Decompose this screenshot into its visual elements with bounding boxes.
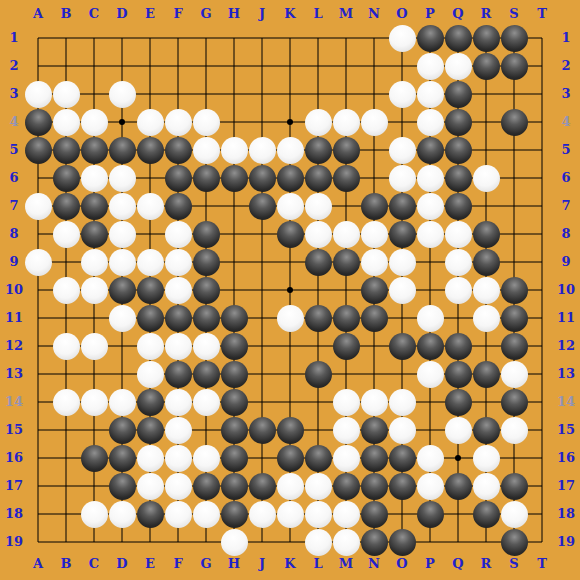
white-stone-B10 [53,277,80,304]
board-point-H3[interactable] [220,80,248,108]
black-stone-R18 [473,501,500,528]
board-point-A16[interactable] [24,444,52,472]
board-point-P10[interactable] [416,276,444,304]
black-stone-F11 [165,305,192,332]
board-point-O11[interactable] [388,304,416,332]
board-point-B19[interactable] [52,528,80,556]
board-point-T12[interactable] [528,332,556,360]
board-point-A17[interactable] [24,472,52,500]
board-point-C3[interactable] [80,80,108,108]
white-stone-Q8 [445,221,472,248]
board-point-C1[interactable] [80,24,108,52]
board-point-A12[interactable] [24,332,52,360]
black-stone-H13 [221,361,248,388]
board-point-J19[interactable] [248,528,276,556]
board-point-J12[interactable] [248,332,276,360]
white-stone-N9 [361,249,388,276]
white-stone-R6 [473,165,500,192]
board-point-B15[interactable] [52,416,80,444]
board-point-D2[interactable] [108,52,136,80]
board-point-E19[interactable] [136,528,164,556]
white-stone-M15 [333,417,360,444]
board-point-N1[interactable] [360,24,388,52]
board-point-F3[interactable] [164,80,192,108]
white-stone-L17 [305,473,332,500]
board-point-S16[interactable] [500,444,528,472]
board-point-E1[interactable] [136,24,164,52]
board-point-B1[interactable] [52,24,80,52]
white-stone-R17 [473,473,500,500]
black-stone-G13 [193,361,220,388]
black-stone-C5 [81,137,108,164]
black-stone-M17 [333,473,360,500]
board-point-M10[interactable] [332,276,360,304]
board-point-N2[interactable] [360,52,388,80]
black-stone-S2 [501,53,528,80]
black-stone-C16 [81,445,108,472]
black-stone-F13 [165,361,192,388]
black-stone-O7 [389,193,416,220]
board-point-K2[interactable] [276,52,304,80]
board-point-H4[interactable] [220,108,248,136]
black-stone-S10 [501,277,528,304]
board-point-A10[interactable] [24,276,52,304]
board-point-T3[interactable] [528,80,556,108]
white-stone-B3 [53,81,80,108]
board-point-T14[interactable] [528,388,556,416]
board-point-K10[interactable] [276,276,304,304]
white-stone-O1 [389,25,416,52]
board-point-J9[interactable] [248,248,276,276]
board-point-K3[interactable] [276,80,304,108]
white-stone-N4 [361,109,388,136]
white-stone-R10 [473,277,500,304]
black-stone-M9 [333,249,360,276]
white-stone-S13 [501,361,528,388]
board-point-T16[interactable] [528,444,556,472]
black-stone-R8 [473,221,500,248]
board-point-M13[interactable] [332,360,360,388]
black-stone-J7 [249,193,276,220]
board-point-H8[interactable] [220,220,248,248]
black-stone-N18 [361,501,388,528]
black-stone-H11 [221,305,248,332]
white-stone-B12 [53,333,80,360]
board-point-B13[interactable] [52,360,80,388]
white-stone-P7 [417,193,444,220]
board-point-M1[interactable] [332,24,360,52]
white-stone-Q9 [445,249,472,276]
board-point-J8[interactable] [248,220,276,248]
board-point-P15[interactable] [416,416,444,444]
black-stone-N17 [361,473,388,500]
black-stone-L16 [305,445,332,472]
board-point-R14[interactable] [472,388,500,416]
board-point-A19[interactable] [24,528,52,556]
board-point-R4[interactable] [472,108,500,136]
white-stone-O14 [389,389,416,416]
black-stone-P5 [417,137,444,164]
white-stone-F8 [165,221,192,248]
black-stone-D5 [109,137,136,164]
white-stone-D7 [109,193,136,220]
black-stone-E5 [137,137,164,164]
board-point-G2[interactable] [192,52,220,80]
go-board[interactable] [0,0,580,580]
white-stone-L7 [305,193,332,220]
black-stone-G11 [193,305,220,332]
black-stone-M6 [333,165,360,192]
black-stone-D16 [109,445,136,472]
board-point-E2[interactable] [136,52,164,80]
black-stone-S17 [501,473,528,500]
board-point-H9[interactable] [220,248,248,276]
board-point-K14[interactable] [276,388,304,416]
board-point-L10[interactable] [304,276,332,304]
black-stone-N19 [361,529,388,556]
white-stone-P17 [417,473,444,500]
board-point-B11[interactable] [52,304,80,332]
board-point-F1[interactable] [164,24,192,52]
black-stone-O19 [389,529,416,556]
white-stone-G16 [193,445,220,472]
board-point-E6[interactable] [136,164,164,192]
black-stone-R13 [473,361,500,388]
white-stone-P2 [417,53,444,80]
white-stone-G18 [193,501,220,528]
black-stone-E14 [137,389,164,416]
board-point-T19[interactable] [528,528,556,556]
board-point-E8[interactable] [136,220,164,248]
board-point-G1[interactable] [192,24,220,52]
board-point-C15[interactable] [80,416,108,444]
black-stone-M5 [333,137,360,164]
black-stone-O17 [389,473,416,500]
board-point-B18[interactable] [52,500,80,528]
white-stone-L19 [305,529,332,556]
board-point-F19[interactable] [164,528,192,556]
black-stone-H17 [221,473,248,500]
board-point-K12[interactable] [276,332,304,360]
white-stone-L4 [305,109,332,136]
white-stone-E17 [137,473,164,500]
board-point-T4[interactable] [528,108,556,136]
white-stone-A7 [25,193,52,220]
board-point-G7[interactable] [192,192,220,220]
white-stone-M8 [333,221,360,248]
board-point-E3[interactable] [136,80,164,108]
white-stone-C10 [81,277,108,304]
board-point-R7[interactable] [472,192,500,220]
white-stone-F18 [165,501,192,528]
board-point-C13[interactable] [80,360,108,388]
white-stone-E16 [137,445,164,472]
white-stone-O15 [389,417,416,444]
white-stone-E12 [137,333,164,360]
white-stone-S15 [501,417,528,444]
board-point-O18[interactable] [388,500,416,528]
white-stone-O10 [389,277,416,304]
board-point-S8[interactable] [500,220,528,248]
white-stone-G4 [193,109,220,136]
black-stone-N11 [361,305,388,332]
board-point-A13[interactable] [24,360,52,388]
board-point-H7[interactable] [220,192,248,220]
board-point-L2[interactable] [304,52,332,80]
black-stone-S14 [501,389,528,416]
board-point-S9[interactable] [500,248,528,276]
black-stone-J15 [249,417,276,444]
board-point-H10[interactable] [220,276,248,304]
black-stone-D15 [109,417,136,444]
white-stone-H19 [221,529,248,556]
black-stone-G8 [193,221,220,248]
board-point-N12[interactable] [360,332,388,360]
black-stone-D17 [109,473,136,500]
board-point-B2[interactable] [52,52,80,80]
black-stone-Q12 [445,333,472,360]
white-stone-K5 [277,137,304,164]
board-point-P14[interactable] [416,388,444,416]
white-stone-O3 [389,81,416,108]
white-stone-R16 [473,445,500,472]
white-stone-C4 [81,109,108,136]
white-stone-A3 [25,81,52,108]
board-point-A8[interactable] [24,220,52,248]
white-stone-F16 [165,445,192,472]
board-point-A1[interactable] [24,24,52,52]
board-point-L14[interactable] [304,388,332,416]
board-point-C2[interactable] [80,52,108,80]
board-point-T15[interactable] [528,416,556,444]
black-stone-S1 [501,25,528,52]
white-stone-O9 [389,249,416,276]
board-point-A6[interactable] [24,164,52,192]
board-point-A2[interactable] [24,52,52,80]
white-stone-F14 [165,389,192,416]
white-stone-D11 [109,305,136,332]
board-point-T6[interactable] [528,164,556,192]
board-point-G15[interactable] [192,416,220,444]
white-stone-A9 [25,249,52,276]
white-stone-B8 [53,221,80,248]
black-stone-B7 [53,193,80,220]
black-stone-G17 [193,473,220,500]
white-stone-K11 [277,305,304,332]
board-point-N3[interactable] [360,80,388,108]
black-stone-M12 [333,333,360,360]
white-stone-F4 [165,109,192,136]
white-stone-C6 [81,165,108,192]
board-point-J4[interactable] [248,108,276,136]
white-stone-G12 [193,333,220,360]
board-point-C11[interactable] [80,304,108,332]
black-stone-M11 [333,305,360,332]
board-point-T8[interactable] [528,220,556,248]
white-stone-F10 [165,277,192,304]
black-stone-F7 [165,193,192,220]
white-stone-J5 [249,137,276,164]
board-point-D13[interactable] [108,360,136,388]
board-point-T11[interactable] [528,304,556,332]
white-stone-E4 [137,109,164,136]
board-point-D19[interactable] [108,528,136,556]
white-stone-L8 [305,221,332,248]
board-point-D1[interactable] [108,24,136,52]
board-point-K1[interactable] [276,24,304,52]
black-stone-A5 [25,137,52,164]
board-point-J10[interactable] [248,276,276,304]
board-point-A15[interactable] [24,416,52,444]
board-point-J1[interactable] [248,24,276,52]
white-stone-R11 [473,305,500,332]
board-point-G19[interactable] [192,528,220,556]
board-point-D12[interactable] [108,332,136,360]
board-point-T10[interactable] [528,276,556,304]
board-point-L3[interactable] [304,80,332,108]
white-stone-P8 [417,221,444,248]
board-point-L15[interactable] [304,416,332,444]
board-point-L12[interactable] [304,332,332,360]
black-stone-N16 [361,445,388,472]
black-stone-K15 [277,417,304,444]
board-point-T18[interactable] [528,500,556,528]
board-point-M2[interactable] [332,52,360,80]
black-stone-J6 [249,165,276,192]
white-stone-C18 [81,501,108,528]
board-point-N13[interactable] [360,360,388,388]
white-stone-P3 [417,81,444,108]
black-stone-G10 [193,277,220,304]
board-point-C17[interactable] [80,472,108,500]
board-point-K13[interactable] [276,360,304,388]
white-stone-G5 [193,137,220,164]
white-stone-E13 [137,361,164,388]
board-point-O13[interactable] [388,360,416,388]
board-point-P9[interactable] [416,248,444,276]
board-point-T2[interactable] [528,52,556,80]
black-stone-H15 [221,417,248,444]
black-stone-P12 [417,333,444,360]
board-point-Q18[interactable] [444,500,472,528]
black-stone-L11 [305,305,332,332]
board-point-H2[interactable] [220,52,248,80]
board-point-O2[interactable] [388,52,416,80]
black-stone-Q1 [445,25,472,52]
black-stone-E15 [137,417,164,444]
board-point-A14[interactable] [24,388,52,416]
board-point-K9[interactable] [276,248,304,276]
board-point-S5[interactable] [500,136,528,164]
board-point-A18[interactable] [24,500,52,528]
white-stone-F17 [165,473,192,500]
white-stone-E9 [137,249,164,276]
board-point-K19[interactable] [276,528,304,556]
black-stone-B5 [53,137,80,164]
board-point-T9[interactable] [528,248,556,276]
board-point-N6[interactable] [360,164,388,192]
white-stone-O5 [389,137,416,164]
board-point-S3[interactable] [500,80,528,108]
white-stone-B4 [53,109,80,136]
board-point-C19[interactable] [80,528,108,556]
board-point-A11[interactable] [24,304,52,332]
black-stone-C7 [81,193,108,220]
board-point-S7[interactable] [500,192,528,220]
board-point-B17[interactable] [52,472,80,500]
board-point-T17[interactable] [528,472,556,500]
board-point-Q19[interactable] [444,528,472,556]
board-point-R3[interactable] [472,80,500,108]
black-stone-Q14 [445,389,472,416]
board-point-B9[interactable] [52,248,80,276]
black-stone-Q13 [445,361,472,388]
board-point-J11[interactable] [248,304,276,332]
board-point-L1[interactable] [304,24,332,52]
white-stone-D14 [109,389,136,416]
white-stone-D9 [109,249,136,276]
board-point-R19[interactable] [472,528,500,556]
black-stone-B6 [53,165,80,192]
white-stone-P6 [417,165,444,192]
board-point-J16[interactable] [248,444,276,472]
board-point-P19[interactable] [416,528,444,556]
board-point-T13[interactable] [528,360,556,388]
white-stone-M4 [333,109,360,136]
board-point-T5[interactable] [528,136,556,164]
black-stone-S19 [501,529,528,556]
board-point-O4[interactable] [388,108,416,136]
board-point-D4[interactable] [108,108,136,136]
black-stone-S11 [501,305,528,332]
board-point-T1[interactable] [528,24,556,52]
white-stone-Q15 [445,417,472,444]
board-point-T7[interactable] [528,192,556,220]
board-point-S6[interactable] [500,164,528,192]
board-point-R12[interactable] [472,332,500,360]
black-stone-L13 [305,361,332,388]
white-stone-E7 [137,193,164,220]
black-stone-N15 [361,417,388,444]
black-stone-F6 [165,165,192,192]
black-stone-K6 [277,165,304,192]
board-point-F2[interactable] [164,52,192,80]
board-point-M3[interactable] [332,80,360,108]
white-stone-Q10 [445,277,472,304]
white-stone-K18 [277,501,304,528]
black-stone-R15 [473,417,500,444]
board-point-M7[interactable] [332,192,360,220]
board-point-J3[interactable] [248,80,276,108]
white-stone-K7 [277,193,304,220]
board-point-N5[interactable] [360,136,388,164]
board-point-H1[interactable] [220,24,248,52]
white-stone-C9 [81,249,108,276]
board-point-B16[interactable] [52,444,80,472]
board-point-J14[interactable] [248,388,276,416]
black-stone-L9 [305,249,332,276]
board-point-J13[interactable] [248,360,276,388]
white-stone-P13 [417,361,444,388]
board-point-R5[interactable] [472,136,500,164]
board-point-Q11[interactable] [444,304,472,332]
board-point-K4[interactable] [276,108,304,136]
white-stone-H5 [221,137,248,164]
board-point-Q16[interactable] [444,444,472,472]
board-point-J2[interactable] [248,52,276,80]
board-point-G3[interactable] [192,80,220,108]
black-stone-Q3 [445,81,472,108]
